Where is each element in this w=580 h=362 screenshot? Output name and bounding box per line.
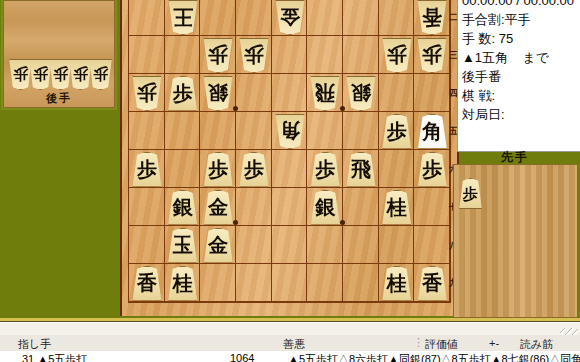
piece-74-gote[interactable]: 銀 — [202, 76, 234, 111]
piece-94-gote[interactable]: 歩 — [131, 76, 163, 111]
piece-52-gote[interactable]: 金 — [274, 0, 306, 35]
piece-77-sente[interactable]: 金 — [202, 190, 234, 225]
piece-55-gote[interactable]: 角 — [274, 114, 306, 149]
game-info-panel: 00:00:00 / 00:00:00 手合割:平手 手 数: 75 ▲1五角 … — [457, 0, 580, 152]
shogi-board: 王金香歩歩歩歩歩歩銀飛銀角歩角歩歩歩歩飛歩銀金銀桂玉金香桂桂香 二三四五六七八九 — [120, 0, 459, 316]
piece-99-sente[interactable]: 香 — [131, 266, 163, 301]
turn-line: 後手番 — [458, 67, 580, 86]
handicap-line: 手合割:平手 — [458, 10, 580, 29]
piece-89-sente[interactable]: 桂 — [167, 266, 199, 301]
shogi-app-window: 歩歩歩歩歩 後手 王金香歩歩歩歩歩歩銀飛銀角歩角歩歩歩歩飛歩銀金銀桂玉金香桂桂香… — [0, 0, 580, 362]
board-grid[interactable]: 王金香歩歩歩歩歩歩銀飛銀角歩角歩歩歩歩飛歩銀金銀桂玉金香桂桂香 — [128, 0, 451, 303]
piece-87-sente[interactable]: 銀 — [167, 190, 199, 225]
piece-88-sente[interactable]: 玉 — [167, 228, 199, 263]
header-quality[interactable]: 善悪 — [283, 337, 305, 352]
piece-12-gote[interactable]: 香 — [416, 0, 448, 35]
piece-13-gote[interactable]: 歩 — [416, 38, 448, 73]
sente-hand-tray[interactable]: 歩 — [453, 164, 578, 318]
piece-44-gote[interactable]: 飛 — [309, 76, 341, 111]
piece-29-sente[interactable]: 桂 — [381, 266, 413, 301]
header-eval[interactable]: 評価値 — [425, 337, 458, 352]
analysis-list[interactable]: 31 ▲5五歩打 1064 ▲5五歩打△8六歩打▲同銀(87)△8五歩打▲8七銀… — [0, 351, 580, 362]
piece-19-sente[interactable]: 香 — [416, 266, 448, 301]
last-move-line: ▲1五角 まで — [458, 48, 580, 67]
clock-line: 00:00:00 / 00:00:00 — [458, 0, 580, 10]
piece-66-sente[interactable]: 歩 — [238, 152, 270, 187]
move-count-line: 手 数: 75 — [458, 29, 580, 48]
piece-63-gote[interactable]: 歩 — [238, 38, 270, 73]
header-pv[interactable]: 読み筋 — [520, 337, 553, 352]
piece-78-sente[interactable]: 金 — [202, 228, 234, 263]
analysis-row-move[interactable]: 31 ▲5五歩打 — [22, 352, 87, 362]
piece-36-sente[interactable]: 飛 — [345, 152, 377, 187]
sente-hand-pawn[interactable]: 歩 — [458, 178, 483, 209]
piece-82-gote[interactable]: 王 — [167, 0, 199, 35]
analysis-row-pv[interactable]: ▲5五歩打△8六歩打▲同銀(87)△8五歩打▲8七銀(86)△同角成(64)▲同… — [288, 352, 580, 362]
header-plusminus[interactable]: +- — [489, 337, 499, 349]
header-separator: ⋮ — [413, 336, 424, 349]
header-moves[interactable]: 指し手 — [18, 337, 51, 352]
hoshi-dot — [340, 106, 345, 111]
gote-tray-label: 後手 — [4, 91, 114, 106]
gote-hand-pawn[interactable]: 歩 — [68, 59, 93, 90]
piece-47-sente[interactable]: 銀 — [309, 190, 341, 225]
piece-96-sente[interactable]: 歩 — [131, 152, 163, 187]
analysis-headers: 指し手 善悪 ⋮ 評価値 +- 読み筋 — [0, 335, 580, 351]
piece-46-sente[interactable]: 歩 — [309, 152, 341, 187]
tournament-line: 棋 戦: — [458, 86, 580, 105]
date-line: 対局日: — [458, 105, 580, 124]
piece-73-gote[interactable]: 歩 — [202, 38, 234, 73]
piece-16-sente[interactable]: 歩 — [416, 152, 448, 187]
piece-25-sente[interactable]: 歩 — [381, 114, 413, 149]
panel-bevel-bar[interactable] — [0, 322, 580, 336]
gote-hand-pawn[interactable]: 歩 — [88, 59, 113, 90]
gote-hand-pawn[interactable]: 歩 — [8, 59, 33, 90]
gote-hand-pawn[interactable]: 歩 — [48, 59, 73, 90]
piece-76-sente[interactable]: 歩 — [202, 152, 234, 187]
hoshi-dot — [233, 220, 238, 225]
gote-hand-pawn[interactable]: 歩 — [28, 59, 53, 90]
hoshi-dot — [340, 220, 345, 225]
analysis-panel: 指し手 善悪 ⋮ 評価値 +- 読み筋 31 ▲5五歩打 1064 ▲5五歩打△… — [0, 318, 580, 362]
piece-84-sente[interactable]: 歩 — [167, 76, 199, 111]
analysis-row-eval[interactable]: 1064 — [230, 352, 254, 362]
piece-27-sente[interactable]: 桂 — [381, 190, 413, 225]
piece-23-gote[interactable]: 歩 — [381, 38, 413, 73]
hoshi-dot — [233, 106, 238, 111]
piece-34-gote[interactable]: 銀 — [345, 76, 377, 111]
piece-15-sente[interactable]: 角 — [416, 114, 448, 149]
gote-hand-tray[interactable]: 歩歩歩歩歩 後手 — [3, 0, 115, 108]
